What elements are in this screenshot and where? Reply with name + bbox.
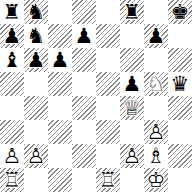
- black-king: ♚: [168, 0, 192, 24]
- white-king: ♚♔: [144, 168, 168, 192]
- square-c6[interactable]: ♟: [48, 48, 72, 72]
- square-g6[interactable]: [144, 48, 168, 72]
- square-e3[interactable]: [96, 120, 120, 144]
- square-h6[interactable]: [168, 48, 192, 72]
- square-d4[interactable]: [72, 96, 96, 120]
- square-e4[interactable]: [96, 96, 120, 120]
- black-knight: ♞: [24, 24, 48, 48]
- black-pawn-glyph: ♟: [48, 48, 72, 72]
- square-f4[interactable]: ♛♕: [120, 96, 144, 120]
- square-d7[interactable]: ♟: [72, 24, 96, 48]
- black-rook-glyph: ♜: [120, 0, 144, 24]
- square-c8[interactable]: [48, 0, 72, 24]
- white-rook-outline-glyph: ♖: [96, 168, 120, 192]
- black-rook: ♜: [120, 0, 144, 24]
- square-a1[interactable]: ♜♖: [0, 168, 24, 192]
- square-c5[interactable]: [48, 72, 72, 96]
- black-pawn-glyph: ♟: [72, 24, 96, 48]
- square-b2[interactable]: ♟♙: [24, 144, 48, 168]
- square-d6[interactable]: [72, 48, 96, 72]
- black-queen: ♛: [168, 72, 192, 96]
- black-pawn-glyph: ♟: [24, 48, 48, 72]
- square-f2[interactable]: ♟♙: [120, 144, 144, 168]
- white-rook: ♜♖: [0, 168, 24, 192]
- black-pawn: ♟: [48, 48, 72, 72]
- square-g8[interactable]: [144, 0, 168, 24]
- square-d1[interactable]: [72, 168, 96, 192]
- square-f7[interactable]: [120, 24, 144, 48]
- square-f3[interactable]: [120, 120, 144, 144]
- square-c1[interactable]: [48, 168, 72, 192]
- white-queen-outline-glyph: ♕: [120, 96, 144, 120]
- square-e1[interactable]: ♜♖: [96, 168, 120, 192]
- black-king-glyph: ♚: [168, 0, 192, 24]
- square-e5[interactable]: [96, 72, 120, 96]
- square-b5[interactable]: [24, 72, 48, 96]
- white-king-outline-glyph: ♔: [144, 168, 168, 192]
- black-pawn: ♟: [0, 24, 24, 48]
- square-e2[interactable]: [96, 144, 120, 168]
- square-g5[interactable]: ♞♘: [144, 72, 168, 96]
- square-c2[interactable]: [48, 144, 72, 168]
- square-h1[interactable]: [168, 168, 192, 192]
- black-pawn: ♟: [144, 24, 168, 48]
- square-b1[interactable]: [24, 168, 48, 192]
- square-a5[interactable]: [0, 72, 24, 96]
- square-g1[interactable]: ♚♔: [144, 168, 168, 192]
- square-g2[interactable]: ♝♗: [144, 144, 168, 168]
- square-f6[interactable]: [120, 48, 144, 72]
- square-h2[interactable]: [168, 144, 192, 168]
- white-queen: ♛♕: [120, 96, 144, 120]
- square-h5[interactable]: ♛: [168, 72, 192, 96]
- black-knight: ♞: [24, 0, 48, 24]
- square-a7[interactable]: ♟: [0, 24, 24, 48]
- square-a4[interactable]: [0, 96, 24, 120]
- black-pawn-glyph: ♟: [120, 72, 144, 96]
- square-c7[interactable]: [48, 24, 72, 48]
- white-pawn-outline-glyph: ♙: [120, 144, 144, 168]
- square-h4[interactable]: [168, 96, 192, 120]
- black-pawn: ♟: [72, 24, 96, 48]
- square-b3[interactable]: [24, 120, 48, 144]
- white-pawn: ♟♙: [144, 120, 168, 144]
- black-queen-glyph: ♛: [168, 72, 192, 96]
- square-e8[interactable]: [96, 0, 120, 24]
- black-bishop-glyph: ♝: [0, 48, 24, 72]
- white-rook-outline-glyph: ♖: [0, 168, 24, 192]
- white-knight: ♞♘: [144, 72, 168, 96]
- white-pawn-outline-glyph: ♙: [0, 144, 24, 168]
- square-b4[interactable]: [24, 96, 48, 120]
- black-knight-glyph: ♞: [24, 0, 48, 24]
- white-bishop: ♝♗: [144, 144, 168, 168]
- square-b8[interactable]: ♞: [24, 0, 48, 24]
- white-bishop-outline-glyph: ♗: [144, 144, 168, 168]
- square-b7[interactable]: ♞: [24, 24, 48, 48]
- chess-board: ♜♞♜♚♟♞♟♟♝♟♟♟♞♘♛♛♕♟♙♟♙♟♙♟♙♝♗♜♖♜♖♚♔: [0, 0, 192, 192]
- black-pawn-glyph: ♟: [144, 24, 168, 48]
- square-h7[interactable]: [168, 24, 192, 48]
- square-h8[interactable]: ♚: [168, 0, 192, 24]
- white-rook: ♜♖: [96, 168, 120, 192]
- black-bishop: ♝: [0, 48, 24, 72]
- white-pawn-outline-glyph: ♙: [24, 144, 48, 168]
- square-g4[interactable]: [144, 96, 168, 120]
- black-rook: ♜: [0, 0, 24, 24]
- square-f8[interactable]: ♜: [120, 0, 144, 24]
- white-pawn: ♟♙: [120, 144, 144, 168]
- square-f5[interactable]: ♟: [120, 72, 144, 96]
- square-d5[interactable]: [72, 72, 96, 96]
- square-b6[interactable]: ♟: [24, 48, 48, 72]
- square-d2[interactable]: [72, 144, 96, 168]
- square-a6[interactable]: ♝: [0, 48, 24, 72]
- square-a3[interactable]: [0, 120, 24, 144]
- white-pawn-outline-glyph: ♙: [144, 120, 168, 144]
- square-c4[interactable]: [48, 96, 72, 120]
- square-d3[interactable]: [72, 120, 96, 144]
- square-d8[interactable]: [72, 0, 96, 24]
- square-f1[interactable]: [120, 168, 144, 192]
- square-h3[interactable]: [168, 120, 192, 144]
- black-pawn-glyph: ♟: [0, 24, 24, 48]
- black-pawn: ♟: [24, 48, 48, 72]
- square-c3[interactable]: [48, 120, 72, 144]
- square-e7[interactable]: [96, 24, 120, 48]
- black-knight-glyph: ♞: [24, 24, 48, 48]
- square-a8[interactable]: ♜: [0, 0, 24, 24]
- square-g3[interactable]: ♟♙: [144, 120, 168, 144]
- white-pawn: ♟♙: [24, 144, 48, 168]
- black-pawn: ♟: [120, 72, 144, 96]
- square-g7[interactable]: ♟: [144, 24, 168, 48]
- white-pawn: ♟♙: [0, 144, 24, 168]
- black-rook-glyph: ♜: [0, 0, 24, 24]
- square-a2[interactable]: ♟♙: [0, 144, 24, 168]
- square-e6[interactable]: [96, 48, 120, 72]
- white-knight-outline-glyph: ♘: [144, 72, 168, 96]
